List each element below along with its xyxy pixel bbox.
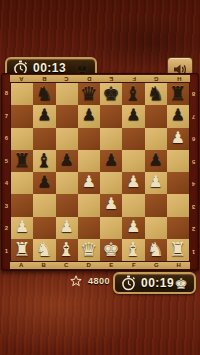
file-label-c: C — [55, 75, 78, 82]
square-e8[interactable]: ♚ — [100, 83, 122, 105]
square-a2[interactable]: ♟ — [11, 217, 33, 239]
square-c5[interactable]: ♟ — [56, 150, 78, 172]
square-b1[interactable]: ♞ — [33, 239, 55, 261]
square-e1[interactable]: ♚ — [100, 239, 122, 261]
piece-black-bishop[interactable]: ♝ — [122, 84, 144, 103]
chess-board: ABCDEFGH ABCDEFGH 87654321 87654321 ♞♛♚♝… — [1, 73, 199, 271]
piece-white-pawn[interactable]: ♟ — [167, 130, 189, 146]
rank-label-1: 1 — [190, 240, 197, 263]
piece-black-pawn[interactable]: ♟ — [33, 108, 55, 124]
rank-label-6: 6 — [190, 127, 197, 150]
piece-black-knight[interactable]: ♞ — [33, 84, 55, 103]
piece-white-rook[interactable]: ♜ — [11, 240, 33, 259]
square-d4[interactable]: ♟ — [78, 172, 100, 194]
board-grid: ♞♛♚♝♞♜♟♟♟♟♟♜♝♟♟♟♟♟♟♟♟♟♟♟♜♞♝♛♚♝♞♜ — [10, 82, 190, 262]
square-c6[interactable] — [56, 128, 78, 150]
square-d3[interactable] — [78, 194, 100, 216]
square-h8[interactable]: ♜ — [167, 83, 189, 105]
square-a4[interactable] — [11, 172, 33, 194]
rank-label-7: 7 — [190, 105, 197, 128]
square-f8[interactable]: ♝ — [122, 83, 144, 105]
square-c7[interactable] — [56, 105, 78, 127]
square-f6[interactable] — [122, 128, 144, 150]
square-d1[interactable]: ♛ — [78, 239, 100, 261]
square-a1[interactable]: ♜ — [11, 239, 33, 261]
piece-white-bishop[interactable]: ♝ — [122, 240, 144, 259]
square-g2[interactable] — [145, 217, 167, 239]
file-label-a: A — [10, 262, 33, 269]
square-h5[interactable] — [167, 150, 189, 172]
square-d5[interactable] — [78, 150, 100, 172]
square-e4[interactable] — [100, 172, 122, 194]
file-label-c: C — [55, 262, 78, 269]
square-g5[interactable]: ♟ — [145, 150, 167, 172]
piece-black-queen[interactable]: ♛ — [78, 84, 100, 103]
rank-label-1: 1 — [3, 240, 10, 263]
square-f4[interactable]: ♟ — [122, 172, 144, 194]
rank-label-3: 3 — [190, 195, 197, 218]
square-g6[interactable] — [145, 128, 167, 150]
square-c8[interactable] — [56, 83, 78, 105]
square-a8[interactable] — [11, 83, 33, 105]
square-d2[interactable] — [78, 217, 100, 239]
file-labels-bottom: ABCDEFGH — [10, 262, 190, 269]
square-c4[interactable] — [56, 172, 78, 194]
square-a5[interactable]: ♜ — [11, 150, 33, 172]
stopwatch-icon — [121, 275, 136, 291]
square-e2[interactable] — [100, 217, 122, 239]
star-icon — [70, 275, 82, 287]
square-g4[interactable]: ♟ — [145, 172, 167, 194]
file-label-d: D — [78, 262, 101, 269]
piece-black-pawn[interactable]: ♟ — [167, 108, 189, 124]
square-e6[interactable] — [100, 128, 122, 150]
white-timer-badge: 00:19 ♚ — [113, 272, 196, 294]
piece-white-pawn[interactable]: ♟ — [78, 174, 100, 190]
app-screen: 00:13 ♚ ABCDEFGH ABCDEFGH 87654321 87654… — [0, 0, 200, 355]
score-display: 4800 — [70, 275, 110, 287]
square-f5[interactable] — [122, 150, 144, 172]
white-timer-value: 00:19 — [141, 276, 174, 290]
square-d7[interactable]: ♟ — [78, 105, 100, 127]
square-a7[interactable] — [11, 105, 33, 127]
piece-black-king[interactable]: ♚ — [100, 84, 122, 103]
square-c2[interactable]: ♟ — [56, 217, 78, 239]
piece-white-bishop[interactable]: ♝ — [56, 240, 78, 259]
square-c3[interactable] — [56, 194, 78, 216]
file-label-h: H — [168, 262, 191, 269]
square-b2[interactable] — [33, 217, 55, 239]
square-a3[interactable] — [11, 194, 33, 216]
square-h7[interactable]: ♟ — [167, 105, 189, 127]
square-b3[interactable] — [33, 194, 55, 216]
square-e5[interactable]: ♟ — [100, 150, 122, 172]
piece-white-knight[interactable]: ♞ — [33, 240, 55, 259]
square-f2[interactable]: ♟ — [122, 217, 144, 239]
file-label-a: A — [10, 75, 33, 82]
piece-black-pawn[interactable]: ♟ — [122, 108, 144, 124]
piece-white-queen[interactable]: ♛ — [78, 240, 100, 259]
piece-black-pawn[interactable]: ♟ — [100, 152, 122, 168]
rank-label-2: 2 — [190, 217, 197, 240]
rank-label-5: 5 — [3, 150, 10, 173]
rank-label-3: 3 — [3, 195, 10, 218]
rank-labels-left: 87654321 — [3, 82, 10, 262]
rank-label-8: 8 — [3, 82, 10, 105]
piece-black-pawn[interactable]: ♟ — [145, 152, 167, 168]
square-a6[interactable] — [11, 128, 33, 150]
piece-white-pawn[interactable]: ♟ — [56, 219, 78, 235]
rank-label-4: 4 — [190, 172, 197, 195]
piece-white-pawn[interactable]: ♟ — [11, 219, 33, 235]
piece-black-pawn[interactable]: ♟ — [78, 108, 100, 124]
square-h2[interactable] — [167, 217, 189, 239]
square-h1[interactable]: ♜ — [167, 239, 189, 261]
piece-white-knight[interactable]: ♞ — [145, 240, 167, 259]
piece-white-rook[interactable]: ♜ — [167, 240, 189, 259]
piece-white-pawn[interactable]: ♟ — [122, 174, 144, 190]
square-e7[interactable] — [100, 105, 122, 127]
file-label-g: G — [145, 262, 168, 269]
square-h6[interactable]: ♟ — [167, 128, 189, 150]
rank-label-7: 7 — [3, 105, 10, 128]
piece-black-rook[interactable]: ♜ — [167, 84, 189, 103]
square-c1[interactable]: ♝ — [56, 239, 78, 261]
piece-white-pawn[interactable]: ♟ — [100, 197, 122, 213]
square-g3[interactable] — [145, 194, 167, 216]
piece-black-pawn[interactable]: ♟ — [56, 152, 78, 168]
square-g8[interactable]: ♞ — [145, 83, 167, 105]
square-b6[interactable] — [33, 128, 55, 150]
square-d8[interactable]: ♛ — [78, 83, 100, 105]
rank-labels-right: 87654321 — [190, 82, 197, 262]
square-h3[interactable] — [167, 194, 189, 216]
piece-white-pawn[interactable]: ♟ — [145, 174, 167, 190]
piece-black-pawn[interactable]: ♟ — [33, 174, 55, 190]
file-label-e: E — [100, 262, 123, 269]
piece-black-knight[interactable]: ♞ — [145, 84, 167, 103]
rank-label-8: 8 — [190, 82, 197, 105]
file-label-b: B — [33, 262, 56, 269]
file-label-f: F — [123, 262, 146, 269]
rank-label-2: 2 — [3, 217, 10, 240]
square-d6[interactable] — [78, 128, 100, 150]
square-f7[interactable]: ♟ — [122, 105, 144, 127]
score-value: 4800 — [88, 276, 110, 286]
square-e3[interactable]: ♟ — [100, 194, 122, 216]
white-king-icon: ♚ — [175, 276, 188, 291]
piece-white-king[interactable]: ♚ — [100, 240, 122, 259]
rank-label-4: 4 — [3, 172, 10, 195]
square-h4[interactable] — [167, 172, 189, 194]
piece-black-rook[interactable]: ♜ — [11, 151, 33, 170]
square-f1[interactable]: ♝ — [122, 239, 144, 261]
rank-label-5: 5 — [190, 150, 197, 173]
square-b5[interactable]: ♝ — [33, 150, 55, 172]
square-b8[interactable]: ♞ — [33, 83, 55, 105]
square-g7[interactable] — [145, 105, 167, 127]
square-g1[interactable]: ♞ — [145, 239, 167, 261]
piece-white-pawn[interactable]: ♟ — [122, 219, 144, 235]
square-b4[interactable]: ♟ — [33, 172, 55, 194]
square-f3[interactable] — [122, 194, 144, 216]
square-b7[interactable]: ♟ — [33, 105, 55, 127]
rank-label-6: 6 — [3, 127, 10, 150]
piece-black-bishop[interactable]: ♝ — [33, 151, 55, 170]
